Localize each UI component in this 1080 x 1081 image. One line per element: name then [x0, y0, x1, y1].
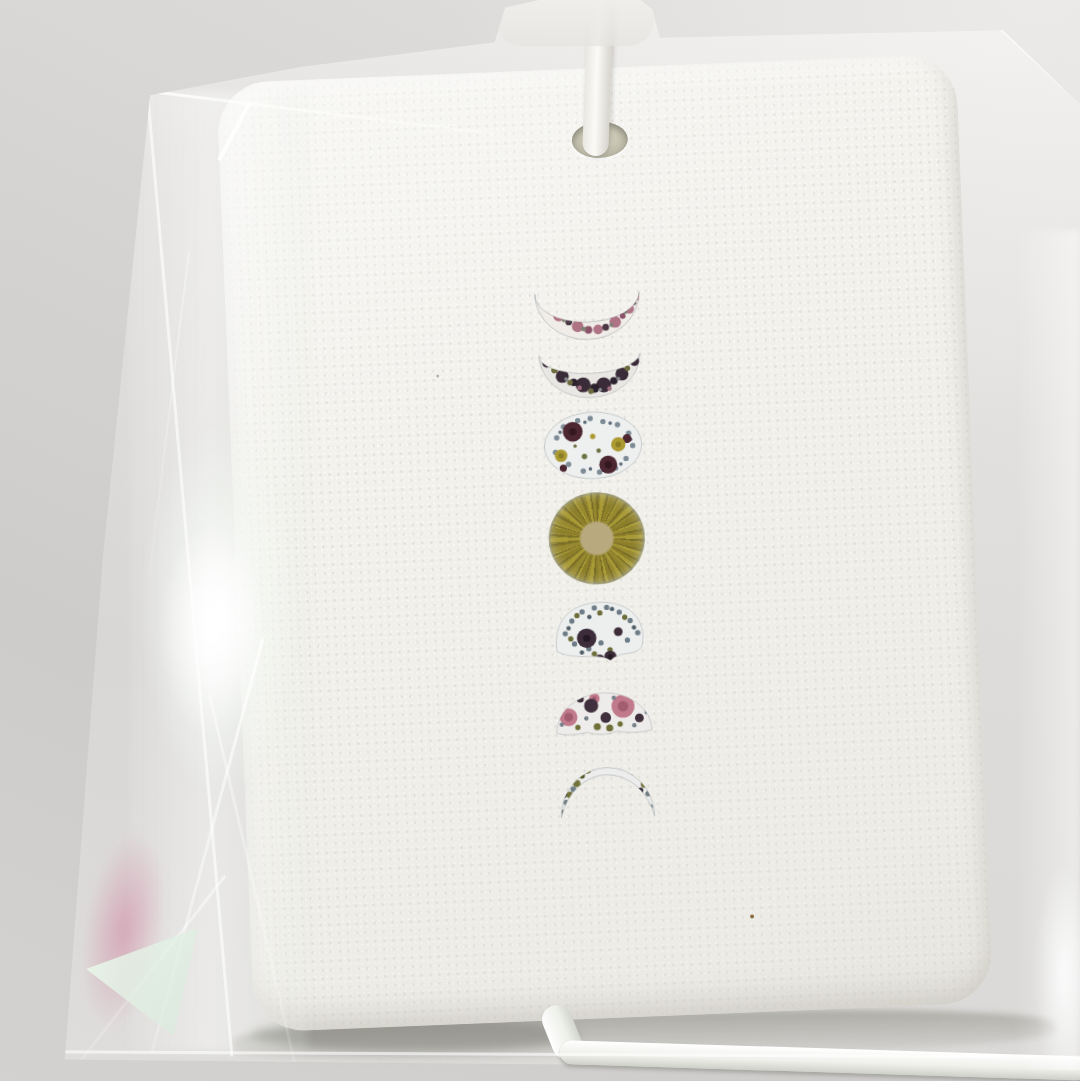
- bag-bottom-edge: [58, 1050, 1080, 1058]
- bag-top-flap: [498, 0, 654, 46]
- photo-scene: [0, 0, 1080, 1081]
- bag-fold-highlight: [150, 90, 498, 136]
- bag-fold-highlight: [217, 103, 251, 161]
- bag-crinkle-line: [208, 695, 298, 1076]
- bag-top-right-edge: [999, 28, 1079, 103]
- bag-gloss-layer: [0, 0, 1080, 1081]
